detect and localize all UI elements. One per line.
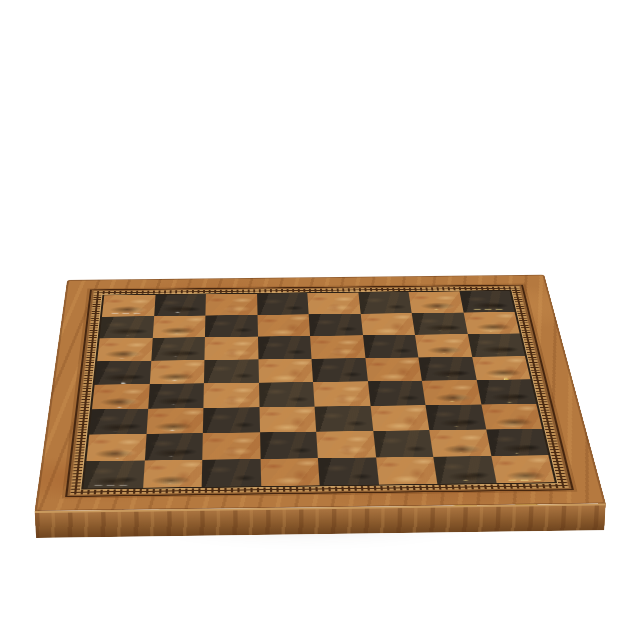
square-r2c6 <box>360 313 415 335</box>
piece-cell-r8c1: ♜ <box>81 461 143 490</box>
piece-cell-r5c1: ♛ <box>90 384 148 409</box>
piece-cell-r7c1: ♞ <box>84 434 144 461</box>
piece-cell-r8c7: ♟ <box>434 456 497 484</box>
square-r1c4 <box>257 293 309 315</box>
square-r2c8 <box>463 312 520 334</box>
square-r3c3 <box>204 337 258 360</box>
square-r2c1 <box>100 316 154 338</box>
square-r3c4 <box>258 336 312 359</box>
piece-cell-r7c8: ♞ <box>487 429 550 456</box>
square-r3c1 <box>97 338 152 361</box>
square-r1c5 <box>307 293 360 315</box>
square-r2c7 <box>412 312 468 334</box>
square-r4c8 <box>472 356 531 380</box>
piece-cell-r6c2: ♟ <box>144 408 202 434</box>
square-r1c3 <box>205 294 257 316</box>
piece-cell-r8c8: ♜ <box>493 456 558 484</box>
piece-cell-r7c7: ♟ <box>430 430 492 457</box>
square-r4c1 <box>95 360 151 384</box>
square-r3c6 <box>363 335 419 358</box>
scene-3d: ♜♞♝♚♛♝♞♜♟♟♟♟♟♟♟♟♟♟♟♟♟♟♟♟♜♞♝♚♛♝♞♜ <box>0 0 625 625</box>
square-r3c7 <box>415 334 472 357</box>
piece-cell-r6c8: ♝ <box>482 404 544 430</box>
piece-cell-r6c7: ♟ <box>427 404 488 430</box>
square-r4c3 <box>204 359 259 383</box>
square-r1c2 <box>154 294 206 316</box>
square-r1c8 <box>459 291 514 313</box>
square-r3c2 <box>151 337 205 360</box>
square-r1c7 <box>409 291 464 313</box>
photo-stage: ♜♞♝♚♛♝♞♜♟♟♟♟♟♟♟♟♟♟♟♟♟♟♟♟♜♞♝♚♛♝♞♜ <box>0 0 625 625</box>
square-r4c5 <box>311 358 367 382</box>
square-r1c1 <box>102 295 155 317</box>
piece-cell-r8c2: ♟ <box>141 460 201 489</box>
square-r2c4 <box>257 314 310 336</box>
square-r1c6 <box>358 292 412 314</box>
piece-cell-r7c2: ♟ <box>143 434 202 461</box>
square-r4c2 <box>149 360 204 384</box>
square-r2c3 <box>205 315 258 337</box>
square-r3c8 <box>467 333 525 356</box>
square-r3c5 <box>310 335 365 358</box>
square-r2c5 <box>309 314 363 336</box>
piece-cell-r6c1: ♝ <box>87 409 146 435</box>
square-r4c6 <box>365 357 422 381</box>
square-r4c4 <box>258 359 313 383</box>
square-r2c2 <box>152 315 205 337</box>
square-r4c7 <box>418 357 476 381</box>
chessboard: ♜♞♝♚♛♝♞♜♟♟♟♟♟♟♟♟♟♟♟♟♟♟♟♟♜♞♝♚♛♝♞♜ <box>35 275 606 511</box>
